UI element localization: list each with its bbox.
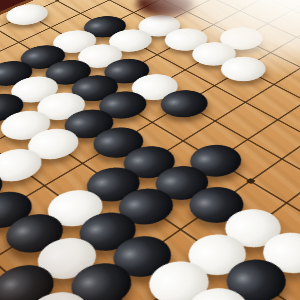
go-photo-stage <box>0 0 300 300</box>
go-board[interactable] <box>0 0 300 300</box>
white-stone <box>0 0 56 29</box>
star-point <box>245 178 255 184</box>
